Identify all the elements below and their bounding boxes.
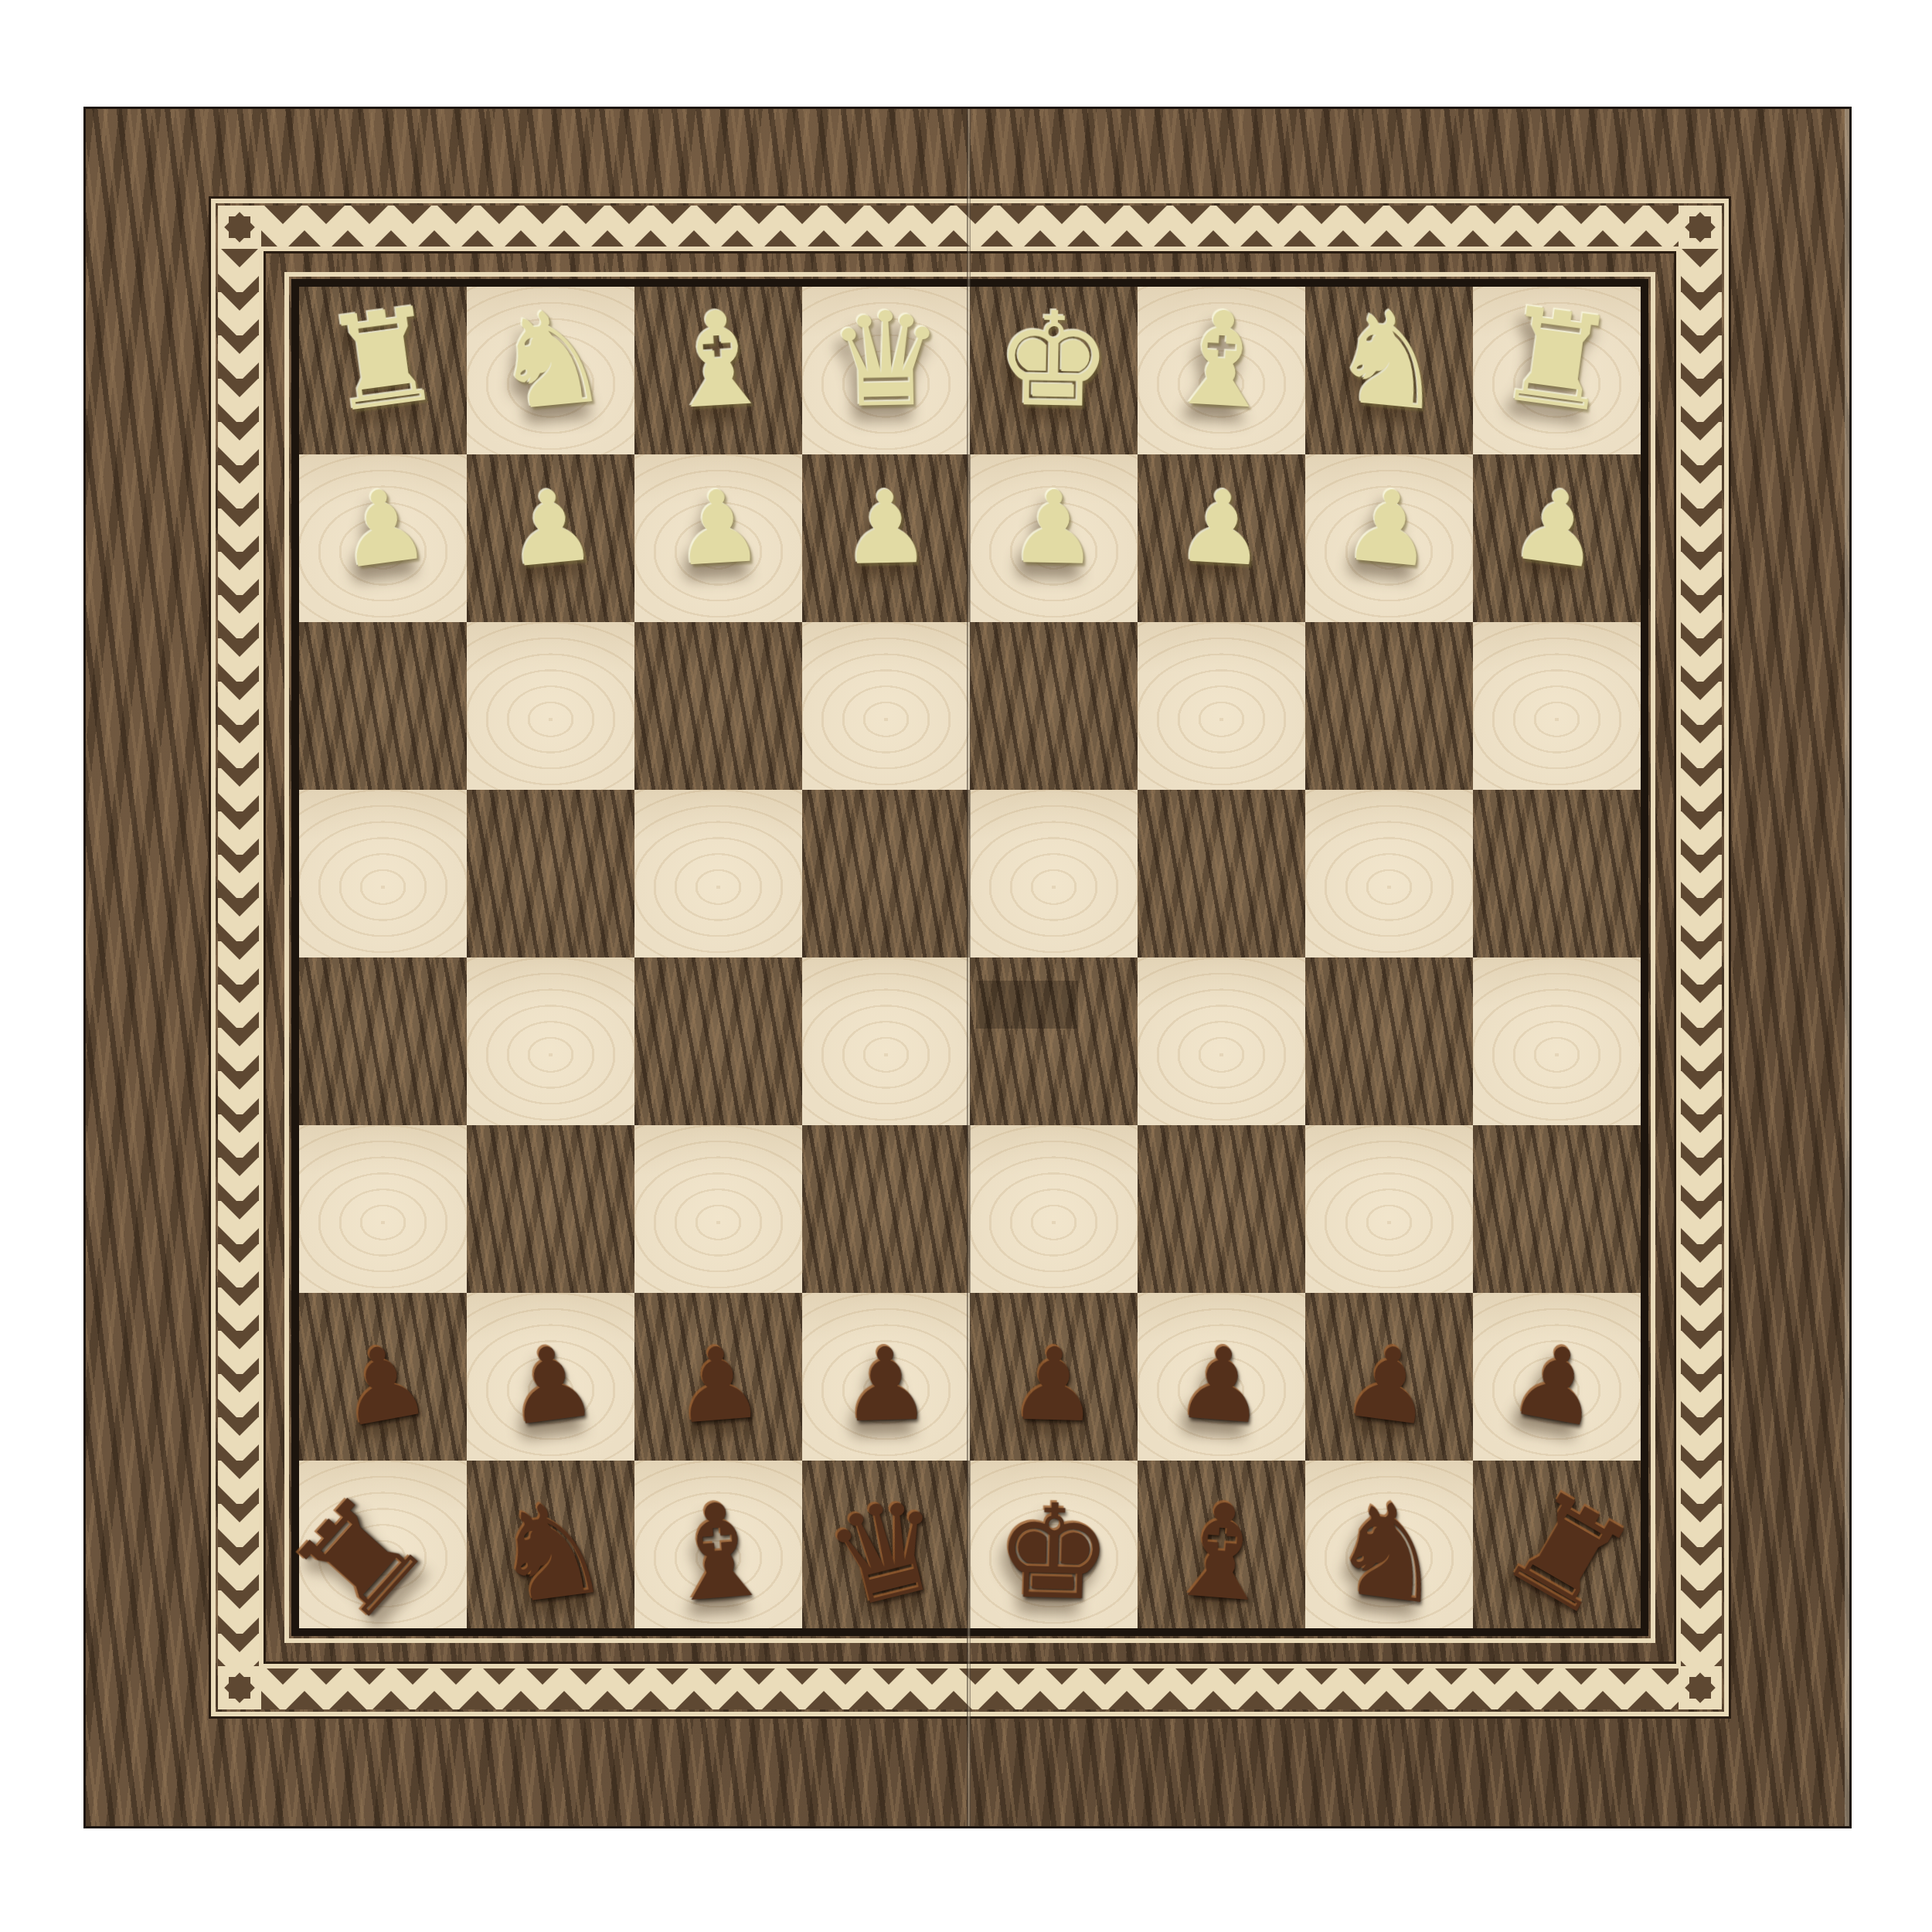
square-r7c4[interactable]: ♟ <box>802 1293 970 1461</box>
piece-white-knight[interactable]: ♞ <box>459 268 642 451</box>
square-r6c5[interactable] <box>970 1125 1138 1293</box>
square-r5c2[interactable] <box>467 957 634 1125</box>
square-r5c1[interactable] <box>299 957 467 1125</box>
square-r2c5[interactable]: ♟ <box>970 454 1138 622</box>
star-corner-top-right <box>1679 206 1722 249</box>
square-r1c8[interactable]: ♜ <box>1473 287 1641 454</box>
piece-white-rook[interactable]: ♜ <box>1462 265 1651 454</box>
piece-black-bishop[interactable]: ♝ <box>1131 1462 1311 1642</box>
square-r7c1[interactable]: ♟ <box>299 1293 467 1461</box>
square-r4c5[interactable] <box>970 790 1138 957</box>
piece-white-rook[interactable]: ♜ <box>288 265 477 454</box>
square-r3c3[interactable] <box>634 622 802 790</box>
square-r1c6[interactable]: ♝ <box>1138 287 1305 454</box>
piece-black-pawn[interactable]: ♟ <box>968 1298 1140 1471</box>
piece-white-pawn[interactable]: ♟ <box>459 436 642 619</box>
board-edge-highlight <box>1845 109 1849 1826</box>
piece-black-pawn[interactable]: ♟ <box>1131 1294 1311 1475</box>
square-r7c8[interactable]: ♟ <box>1473 1293 1641 1461</box>
square-r7c7[interactable]: ♟ <box>1305 1293 1473 1461</box>
square-r4c7[interactable] <box>1305 790 1473 957</box>
square-r6c4[interactable] <box>802 1125 970 1293</box>
piece-white-pawn[interactable]: ♟ <box>968 442 1139 613</box>
eight-point-star-icon <box>1689 216 1711 238</box>
square-r3c5[interactable] <box>970 622 1138 790</box>
piece-black-queen[interactable]: ♛ <box>784 1451 988 1654</box>
square-r2c6[interactable]: ♟ <box>1138 454 1305 622</box>
piece-black-pawn[interactable]: ♟ <box>628 1294 808 1475</box>
star-corner-bottom-left <box>218 1666 261 1709</box>
square-r1c4[interactable]: ♛ <box>802 287 970 454</box>
square-r3c7[interactable] <box>1305 622 1473 790</box>
diamond-band-left <box>218 249 261 1666</box>
piece-white-pawn[interactable]: ♟ <box>630 439 807 616</box>
square-r8c6[interactable]: ♝ <box>1138 1461 1305 1628</box>
square-r3c6[interactable] <box>1138 622 1305 790</box>
square-r4c6[interactable] <box>1138 790 1305 957</box>
piece-white-pawn[interactable]: ♟ <box>1133 439 1310 616</box>
square-r1c5[interactable]: ♚ <box>970 287 1138 454</box>
piece-black-pawn[interactable]: ♟ <box>800 1298 972 1471</box>
chess-board-photo: ♜♞♝♛♚♝♞♜♟♟♟♟♟♟♟♟♟♟♟♟♟♟♟♟♜♞♝♛♚♝♞♜ <box>83 107 1852 1828</box>
piece-white-queen[interactable]: ♛ <box>801 274 971 445</box>
square-r2c2[interactable]: ♟ <box>467 454 634 622</box>
square-r7c6[interactable]: ♟ <box>1138 1293 1305 1461</box>
piece-white-pawn[interactable]: ♟ <box>1462 433 1651 621</box>
piece-black-pawn[interactable]: ♟ <box>1295 1291 1483 1478</box>
diamond-band-right <box>1679 249 1722 1666</box>
piece-black-knight[interactable]: ♞ <box>457 1458 645 1646</box>
eight-point-star-icon <box>229 216 250 238</box>
square-r3c2[interactable] <box>467 622 634 790</box>
star-corner-top-left <box>218 206 261 249</box>
square-r1c1[interactable]: ♜ <box>299 287 467 454</box>
square-r6c6[interactable] <box>1138 1125 1305 1293</box>
square-r8c2[interactable]: ♞ <box>467 1461 634 1628</box>
piece-black-knight[interactable]: ♞ <box>1295 1458 1483 1646</box>
square-r8c3[interactable]: ♝ <box>634 1461 802 1628</box>
star-corner-bottom-right <box>1679 1666 1722 1709</box>
square-r6c7[interactable] <box>1305 1125 1473 1293</box>
piece-white-pawn[interactable]: ♟ <box>801 442 971 613</box>
square-r3c1[interactable] <box>299 622 467 790</box>
square-r8c8[interactable]: ♜ <box>1473 1461 1641 1628</box>
square-r2c1[interactable]: ♟ <box>299 454 467 622</box>
square-r8c7[interactable]: ♞ <box>1305 1461 1473 1628</box>
square-r8c1[interactable]: ♜ <box>299 1461 467 1628</box>
square-r2c7[interactable]: ♟ <box>1305 454 1473 622</box>
square-r5c3[interactable] <box>634 957 802 1125</box>
square-r4c3[interactable] <box>634 790 802 957</box>
piece-white-pawn[interactable]: ♟ <box>1298 436 1481 619</box>
square-r4c1[interactable] <box>299 790 467 957</box>
square-r7c5[interactable]: ♟ <box>970 1293 1138 1461</box>
square-r6c1[interactable] <box>299 1125 467 1293</box>
square-r7c3[interactable]: ♟ <box>634 1293 802 1461</box>
square-r7c2[interactable]: ♟ <box>467 1293 634 1461</box>
piece-white-bishop[interactable]: ♝ <box>1133 271 1310 448</box>
square-r2c8[interactable]: ♟ <box>1473 454 1641 622</box>
square-r5c6[interactable] <box>1138 957 1305 1125</box>
square-r3c4[interactable] <box>802 622 970 790</box>
square-r1c2[interactable]: ♞ <box>467 287 634 454</box>
square-r4c4[interactable] <box>802 790 970 957</box>
piece-black-king[interactable]: ♚ <box>968 1466 1140 1638</box>
square-r1c7[interactable]: ♞ <box>1305 287 1473 454</box>
square-r1c3[interactable]: ♝ <box>634 287 802 454</box>
piece-black-pawn[interactable]: ♟ <box>457 1291 645 1478</box>
square-r6c2[interactable] <box>467 1125 634 1293</box>
square-r2c4[interactable]: ♟ <box>802 454 970 622</box>
piece-black-bishop[interactable]: ♝ <box>628 1462 808 1642</box>
square-r5c4[interactable] <box>802 957 970 1125</box>
square-r3c8[interactable] <box>1473 622 1641 790</box>
piece-black-pawn[interactable]: ♟ <box>285 1287 481 1482</box>
square-r6c3[interactable] <box>634 1125 802 1293</box>
square-r5c7[interactable] <box>1305 957 1473 1125</box>
square-r4c8[interactable] <box>1473 790 1641 957</box>
piece-white-knight[interactable]: ♞ <box>1298 268 1481 451</box>
piece-white-pawn[interactable]: ♟ <box>288 433 477 621</box>
square-r4c2[interactable] <box>467 790 634 957</box>
eight-point-star-icon <box>229 1677 250 1699</box>
piece-white-bishop[interactable]: ♝ <box>630 271 807 448</box>
square-r2c3[interactable]: ♟ <box>634 454 802 622</box>
square-r6c8[interactable] <box>1473 1125 1641 1293</box>
piece-white-king[interactable]: ♚ <box>968 274 1139 445</box>
square-r8c5[interactable]: ♚ <box>970 1461 1138 1628</box>
square-r5c8[interactable] <box>1473 957 1641 1125</box>
center-seam-smudge <box>976 981 1078 1029</box>
eight-point-star-icon <box>1689 1677 1711 1699</box>
square-r8c4[interactable]: ♛ <box>802 1461 970 1628</box>
